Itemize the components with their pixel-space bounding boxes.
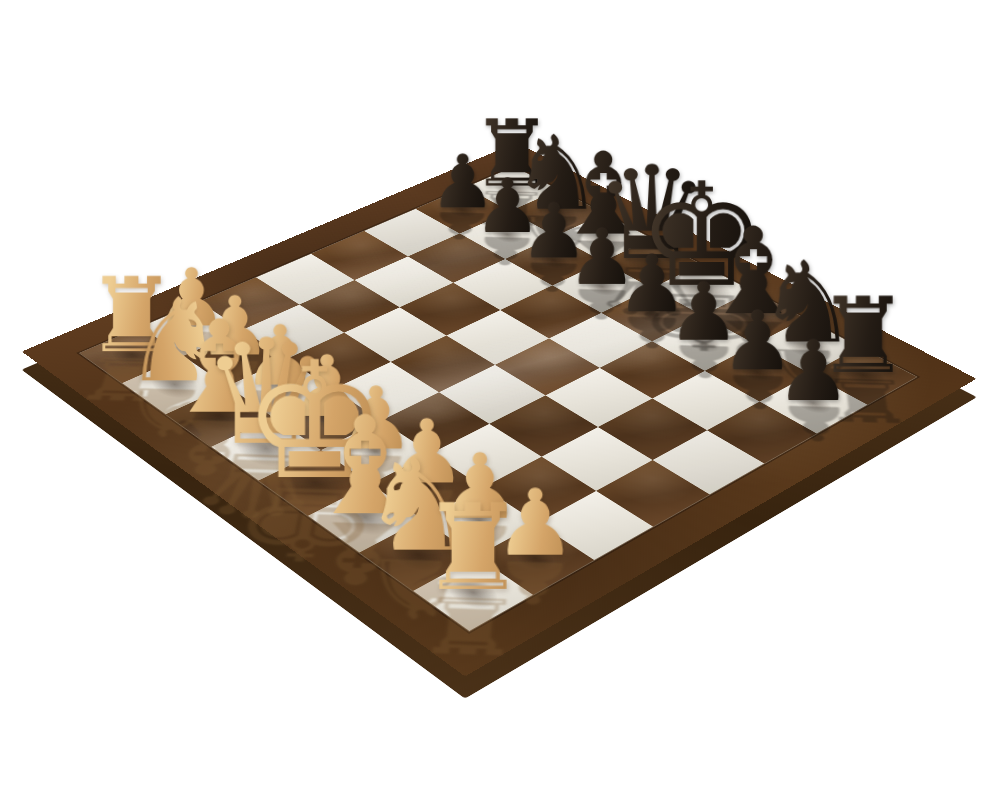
chess-board: ♜♜♞♞♝♝♛♛♚♚♝♝♞♞♜♜♟♟♟♟♟♟♟♟♟♟♟♟♟♟♟♟♟♟♟♟♟♟♟♟… — [22, 143, 977, 677]
piece-white-rook-h1: ♜ — [420, 488, 527, 607]
piece-black-pawn-h7: ♟ — [776, 329, 851, 413]
chess-set-photo: ♜♜♞♞♝♝♛♛♚♚♝♝♞♞♜♜♟♟♟♟♟♟♟♟♟♟♟♟♟♟♟♟♟♟♟♟♟♟♟♟… — [0, 0, 1000, 800]
